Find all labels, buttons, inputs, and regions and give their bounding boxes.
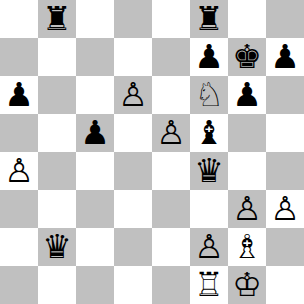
square-c6[interactable] <box>76 76 114 114</box>
piece-white-pawn: ♙ <box>270 190 300 228</box>
square-c2[interactable] <box>76 228 114 266</box>
piece-white-bishop: ♗ <box>232 228 262 266</box>
square-f8[interactable]: ♜ <box>190 0 228 38</box>
piece-black-pawn: ♟ <box>4 76 34 114</box>
piece-black-pawn: ♟ <box>80 114 110 152</box>
piece-black-queen: ♛ <box>194 152 224 190</box>
square-g1[interactable]: ♔ <box>228 266 266 304</box>
square-d7[interactable] <box>114 38 152 76</box>
square-a2[interactable] <box>0 228 38 266</box>
square-g3[interactable]: ♙ <box>228 190 266 228</box>
square-h2[interactable] <box>266 228 304 266</box>
square-h4[interactable] <box>266 152 304 190</box>
square-d3[interactable] <box>114 190 152 228</box>
square-b3[interactable] <box>38 190 76 228</box>
square-f5[interactable]: ♝ <box>190 114 228 152</box>
square-h7[interactable]: ♟ <box>266 38 304 76</box>
square-a1[interactable] <box>0 266 38 304</box>
square-a5[interactable] <box>0 114 38 152</box>
square-b4[interactable] <box>38 152 76 190</box>
piece-white-rook: ♖ <box>194 266 224 304</box>
square-d6[interactable]: ♙ <box>114 76 152 114</box>
piece-white-pawn: ♙ <box>118 76 148 114</box>
square-c4[interactable] <box>76 152 114 190</box>
piece-white-knight: ♘ <box>194 76 224 114</box>
piece-white-pawn: ♙ <box>156 114 186 152</box>
square-e5[interactable]: ♙ <box>152 114 190 152</box>
square-g2[interactable]: ♗ <box>228 228 266 266</box>
square-e1[interactable] <box>152 266 190 304</box>
square-g5[interactable] <box>228 114 266 152</box>
square-a8[interactable] <box>0 0 38 38</box>
square-h3[interactable]: ♙ <box>266 190 304 228</box>
square-g8[interactable] <box>228 0 266 38</box>
square-c1[interactable] <box>76 266 114 304</box>
piece-white-king: ♔ <box>232 266 262 304</box>
square-c3[interactable] <box>76 190 114 228</box>
square-a4[interactable]: ♙ <box>0 152 38 190</box>
square-e6[interactable] <box>152 76 190 114</box>
square-g7[interactable]: ♚ <box>228 38 266 76</box>
square-f7[interactable]: ♟ <box>190 38 228 76</box>
square-g6[interactable]: ♟ <box>228 76 266 114</box>
square-d4[interactable] <box>114 152 152 190</box>
square-b1[interactable] <box>38 266 76 304</box>
square-d8[interactable] <box>114 0 152 38</box>
square-a7[interactable] <box>0 38 38 76</box>
piece-black-bishop: ♝ <box>194 114 224 152</box>
square-e2[interactable] <box>152 228 190 266</box>
piece-black-pawn: ♟ <box>194 38 224 76</box>
square-d2[interactable] <box>114 228 152 266</box>
piece-white-pawn: ♙ <box>4 152 34 190</box>
square-e8[interactable] <box>152 0 190 38</box>
piece-white-pawn: ♙ <box>194 228 224 266</box>
square-f2[interactable]: ♙ <box>190 228 228 266</box>
square-c7[interactable] <box>76 38 114 76</box>
piece-black-queen: ♛ <box>42 228 72 266</box>
square-f4[interactable]: ♛ <box>190 152 228 190</box>
piece-black-king: ♚ <box>232 38 262 76</box>
square-b5[interactable] <box>38 114 76 152</box>
piece-black-pawn: ♟ <box>270 38 300 76</box>
square-b2[interactable]: ♛ <box>38 228 76 266</box>
square-f1[interactable]: ♖ <box>190 266 228 304</box>
square-f6[interactable]: ♘ <box>190 76 228 114</box>
square-f3[interactable] <box>190 190 228 228</box>
square-h1[interactable] <box>266 266 304 304</box>
square-d5[interactable] <box>114 114 152 152</box>
piece-black-rook: ♜ <box>194 0 224 38</box>
square-e4[interactable] <box>152 152 190 190</box>
square-a3[interactable] <box>0 190 38 228</box>
piece-black-pawn: ♟ <box>232 76 262 114</box>
square-b7[interactable] <box>38 38 76 76</box>
square-e3[interactable] <box>152 190 190 228</box>
square-e7[interactable] <box>152 38 190 76</box>
piece-black-rook: ♜ <box>42 0 72 38</box>
square-h5[interactable] <box>266 114 304 152</box>
square-h8[interactable] <box>266 0 304 38</box>
square-b6[interactable] <box>38 76 76 114</box>
chess-board: ♜♜♟♚♟♟♙♘♟♟♙♝♙♛♙♙♛♙♗♖♔ <box>0 0 304 304</box>
square-a6[interactable]: ♟ <box>0 76 38 114</box>
square-b8[interactable]: ♜ <box>38 0 76 38</box>
square-c5[interactable]: ♟ <box>76 114 114 152</box>
piece-white-pawn: ♙ <box>232 190 262 228</box>
square-c8[interactable] <box>76 0 114 38</box>
square-h6[interactable] <box>266 76 304 114</box>
square-g4[interactable] <box>228 152 266 190</box>
square-d1[interactable] <box>114 266 152 304</box>
